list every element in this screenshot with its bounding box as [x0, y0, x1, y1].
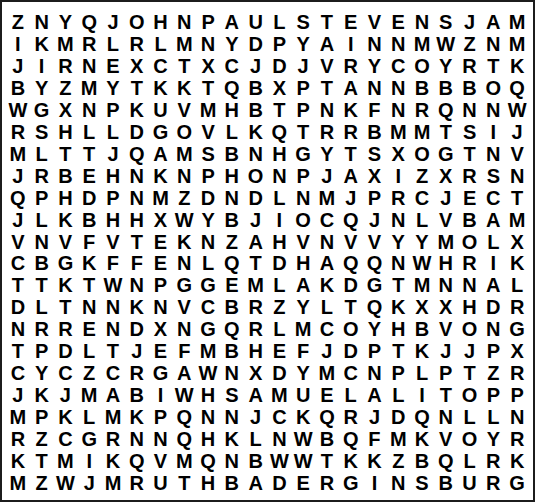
- grid-cell[interactable]: N: [77, 296, 101, 318]
- grid-cell[interactable]: L: [30, 143, 54, 165]
- grid-cell[interactable]: J: [339, 187, 363, 209]
- grid-cell[interactable]: R: [30, 165, 54, 187]
- grid-cell[interactable]: Z: [30, 428, 54, 450]
- grid-cell[interactable]: K: [315, 274, 339, 296]
- grid-cell[interactable]: N: [125, 165, 149, 187]
- grid-cell[interactable]: P: [291, 77, 315, 99]
- grid-cell[interactable]: J: [101, 11, 125, 33]
- grid-cell[interactable]: J: [244, 209, 268, 231]
- grid-cell[interactable]: N: [125, 187, 149, 209]
- grid-cell[interactable]: P: [268, 33, 292, 55]
- grid-cell[interactable]: L: [268, 274, 292, 296]
- grid-cell[interactable]: F: [77, 231, 101, 253]
- grid-cell[interactable]: Q: [220, 318, 244, 340]
- grid-cell[interactable]: X: [505, 231, 529, 253]
- grid-cell[interactable]: A: [339, 165, 363, 187]
- grid-cell[interactable]: A: [481, 274, 505, 296]
- grid-cell[interactable]: T: [77, 274, 101, 296]
- grid-cell[interactable]: X: [434, 165, 458, 187]
- grid-cell[interactable]: O: [244, 165, 268, 187]
- grid-cell[interactable]: T: [386, 274, 410, 296]
- grid-cell[interactable]: N: [386, 99, 410, 121]
- grid-cell[interactable]: Y: [363, 318, 387, 340]
- grid-cell[interactable]: H: [149, 11, 173, 33]
- grid-cell[interactable]: B: [30, 253, 54, 275]
- grid-cell[interactable]: E: [77, 318, 101, 340]
- grid-cell[interactable]: L: [220, 121, 244, 143]
- grid-cell[interactable]: N: [77, 55, 101, 77]
- grid-cell[interactable]: P: [291, 99, 315, 121]
- grid-cell[interactable]: K: [339, 99, 363, 121]
- grid-cell[interactable]: T: [268, 99, 292, 121]
- grid-cell[interactable]: Y: [220, 33, 244, 55]
- grid-cell[interactable]: N: [172, 318, 196, 340]
- grid-cell[interactable]: M: [244, 274, 268, 296]
- grid-cell[interactable]: X: [149, 209, 173, 231]
- grid-cell[interactable]: L: [101, 121, 125, 143]
- grid-cell[interactable]: C: [339, 362, 363, 384]
- grid-cell[interactable]: N: [30, 231, 54, 253]
- grid-cell[interactable]: Z: [386, 450, 410, 472]
- grid-cell[interactable]: P: [101, 187, 125, 209]
- grid-cell[interactable]: N: [101, 296, 125, 318]
- grid-cell[interactable]: E: [149, 231, 173, 253]
- grid-cell[interactable]: K: [54, 209, 78, 231]
- grid-cell[interactable]: J: [315, 340, 339, 362]
- grid-cell[interactable]: G: [291, 143, 315, 165]
- grid-cell[interactable]: I: [149, 384, 173, 406]
- grid-cell[interactable]: X: [505, 340, 529, 362]
- grid-cell[interactable]: V: [434, 209, 458, 231]
- grid-cell[interactable]: Z: [481, 362, 505, 384]
- grid-cell[interactable]: Y: [54, 11, 78, 33]
- grid-cell[interactable]: L: [386, 384, 410, 406]
- grid-cell[interactable]: R: [315, 472, 339, 494]
- grid-cell[interactable]: N: [363, 362, 387, 384]
- grid-cell[interactable]: E: [149, 253, 173, 275]
- grid-cell[interactable]: N: [315, 99, 339, 121]
- grid-cell[interactable]: V: [6, 231, 30, 253]
- grid-cell[interactable]: V: [172, 296, 196, 318]
- grid-cell[interactable]: V: [291, 231, 315, 253]
- grid-cell[interactable]: N: [505, 165, 529, 187]
- grid-cell[interactable]: E: [101, 55, 125, 77]
- grid-cell[interactable]: W: [54, 472, 78, 494]
- grid-cell[interactable]: S: [291, 11, 315, 33]
- grid-cell[interactable]: Q: [77, 11, 101, 33]
- grid-cell[interactable]: D: [125, 121, 149, 143]
- grid-cell[interactable]: P: [363, 340, 387, 362]
- grid-cell[interactable]: K: [363, 450, 387, 472]
- grid-cell[interactable]: Q: [339, 253, 363, 275]
- grid-cell[interactable]: W: [434, 33, 458, 55]
- grid-cell[interactable]: N: [481, 318, 505, 340]
- grid-cell[interactable]: G: [434, 143, 458, 165]
- grid-cell[interactable]: B: [54, 165, 78, 187]
- grid-cell[interactable]: I: [363, 472, 387, 494]
- grid-cell[interactable]: R: [125, 33, 149, 55]
- grid-cell[interactable]: C: [196, 296, 220, 318]
- grid-cell[interactable]: C: [268, 406, 292, 428]
- grid-cell[interactable]: A: [244, 472, 268, 494]
- grid-cell[interactable]: K: [291, 406, 315, 428]
- grid-cell[interactable]: Z: [220, 231, 244, 253]
- grid-cell[interactable]: N: [30, 11, 54, 33]
- grid-cell[interactable]: T: [196, 77, 220, 99]
- grid-cell[interactable]: U: [244, 11, 268, 33]
- grid-cell[interactable]: E: [386, 11, 410, 33]
- grid-cell[interactable]: I: [410, 384, 434, 406]
- grid-cell[interactable]: R: [458, 253, 482, 275]
- grid-cell[interactable]: P: [30, 406, 54, 428]
- grid-cell[interactable]: G: [505, 318, 529, 340]
- grid-cell[interactable]: R: [30, 318, 54, 340]
- grid-cell[interactable]: J: [6, 165, 30, 187]
- grid-cell[interactable]: A: [339, 77, 363, 99]
- grid-cell[interactable]: A: [481, 11, 505, 33]
- grid-cell[interactable]: K: [505, 253, 529, 275]
- grid-cell[interactable]: G: [149, 362, 173, 384]
- grid-cell[interactable]: G: [149, 121, 173, 143]
- grid-cell[interactable]: T: [434, 384, 458, 406]
- grid-cell[interactable]: U: [291, 384, 315, 406]
- grid-cell[interactable]: H: [268, 231, 292, 253]
- grid-cell[interactable]: R: [410, 99, 434, 121]
- grid-cell[interactable]: D: [268, 362, 292, 384]
- grid-cell[interactable]: Q: [410, 406, 434, 428]
- grid-cell[interactable]: N: [458, 99, 482, 121]
- grid-cell[interactable]: N: [196, 231, 220, 253]
- grid-cell[interactable]: Y: [434, 55, 458, 77]
- grid-cell[interactable]: J: [6, 384, 30, 406]
- grid-cell[interactable]: I: [481, 121, 505, 143]
- grid-cell[interactable]: F: [172, 340, 196, 362]
- grid-cell[interactable]: T: [77, 143, 101, 165]
- grid-cell[interactable]: G: [77, 428, 101, 450]
- grid-cell[interactable]: B: [434, 472, 458, 494]
- grid-cell[interactable]: G: [172, 274, 196, 296]
- grid-cell[interactable]: M: [386, 121, 410, 143]
- grid-cell[interactable]: K: [125, 406, 149, 428]
- grid-cell[interactable]: M: [172, 33, 196, 55]
- grid-cell[interactable]: C: [386, 55, 410, 77]
- grid-cell[interactable]: N: [172, 11, 196, 33]
- grid-cell[interactable]: E: [77, 165, 101, 187]
- grid-cell[interactable]: C: [54, 362, 78, 384]
- grid-cell[interactable]: L: [268, 187, 292, 209]
- grid-cell[interactable]: W: [101, 274, 125, 296]
- grid-cell[interactable]: Q: [172, 406, 196, 428]
- grid-cell[interactable]: W: [291, 428, 315, 450]
- grid-cell[interactable]: N: [410, 11, 434, 33]
- grid-cell[interactable]: X: [54, 99, 78, 121]
- grid-cell[interactable]: T: [505, 187, 529, 209]
- grid-cell[interactable]: R: [481, 472, 505, 494]
- grid-cell[interactable]: L: [268, 318, 292, 340]
- grid-cell[interactable]: I: [481, 253, 505, 275]
- grid-cell[interactable]: U: [458, 472, 482, 494]
- grid-cell[interactable]: F: [291, 340, 315, 362]
- grid-cell[interactable]: N: [268, 428, 292, 450]
- grid-cell[interactable]: N: [220, 187, 244, 209]
- grid-cell[interactable]: K: [101, 450, 125, 472]
- grid-cell[interactable]: R: [481, 450, 505, 472]
- grid-cell[interactable]: A: [244, 384, 268, 406]
- grid-cell[interactable]: C: [149, 55, 173, 77]
- grid-cell[interactable]: A: [101, 384, 125, 406]
- grid-cell[interactable]: P: [291, 165, 315, 187]
- grid-cell[interactable]: W: [172, 209, 196, 231]
- grid-cell[interactable]: P: [505, 384, 529, 406]
- grid-cell[interactable]: R: [6, 121, 30, 143]
- grid-cell[interactable]: Q: [363, 253, 387, 275]
- grid-cell[interactable]: F: [125, 253, 149, 275]
- grid-cell[interactable]: R: [315, 121, 339, 143]
- grid-cell[interactable]: L: [410, 209, 434, 231]
- grid-cell[interactable]: Z: [268, 296, 292, 318]
- grid-cell[interactable]: H: [196, 472, 220, 494]
- grid-cell[interactable]: I: [30, 55, 54, 77]
- grid-cell[interactable]: T: [458, 362, 482, 384]
- grid-cell[interactable]: N: [244, 143, 268, 165]
- grid-cell[interactable]: Y: [196, 209, 220, 231]
- grid-cell[interactable]: N: [268, 165, 292, 187]
- grid-cell[interactable]: R: [505, 296, 529, 318]
- grid-cell[interactable]: B: [6, 77, 30, 99]
- grid-cell[interactable]: D: [244, 187, 268, 209]
- grid-cell[interactable]: Q: [434, 99, 458, 121]
- grid-cell[interactable]: S: [481, 165, 505, 187]
- grid-cell[interactable]: S: [458, 121, 482, 143]
- grid-cell[interactable]: Z: [77, 362, 101, 384]
- grid-cell[interactable]: H: [196, 384, 220, 406]
- grid-cell[interactable]: V: [363, 231, 387, 253]
- grid-cell[interactable]: Y: [30, 362, 54, 384]
- grid-cell[interactable]: T: [315, 77, 339, 99]
- grid-cell[interactable]: P: [149, 274, 173, 296]
- grid-cell[interactable]: D: [244, 33, 268, 55]
- grid-cell[interactable]: N: [220, 450, 244, 472]
- grid-cell[interactable]: G: [30, 99, 54, 121]
- grid-cell[interactable]: K: [244, 121, 268, 143]
- grid-cell[interactable]: Q: [220, 253, 244, 275]
- grid-cell[interactable]: Y: [30, 77, 54, 99]
- grid-cell[interactable]: E: [149, 340, 173, 362]
- grid-cell[interactable]: A: [315, 33, 339, 55]
- grid-cell[interactable]: L: [339, 384, 363, 406]
- grid-cell[interactable]: B: [220, 143, 244, 165]
- grid-cell[interactable]: O: [458, 384, 482, 406]
- grid-cell[interactable]: N: [363, 33, 387, 55]
- grid-cell[interactable]: R: [339, 406, 363, 428]
- grid-cell[interactable]: B: [410, 318, 434, 340]
- grid-cell[interactable]: W: [6, 99, 30, 121]
- grid-cell[interactable]: D: [77, 187, 101, 209]
- grid-cell[interactable]: T: [315, 450, 339, 472]
- grid-cell[interactable]: G: [54, 253, 78, 275]
- grid-cell[interactable]: E: [458, 187, 482, 209]
- grid-cell[interactable]: M: [386, 428, 410, 450]
- grid-cell[interactable]: J: [125, 340, 149, 362]
- grid-cell[interactable]: T: [434, 121, 458, 143]
- grid-cell[interactable]: P: [30, 340, 54, 362]
- grid-cell[interactable]: L: [481, 406, 505, 428]
- grid-cell[interactable]: V: [434, 428, 458, 450]
- grid-cell[interactable]: T: [339, 143, 363, 165]
- grid-cell[interactable]: R: [339, 121, 363, 143]
- grid-cell[interactable]: I: [386, 165, 410, 187]
- grid-cell[interactable]: B: [363, 121, 387, 143]
- grid-cell[interactable]: S: [434, 11, 458, 33]
- grid-cell[interactable]: A: [220, 11, 244, 33]
- grid-cell[interactable]: R: [458, 55, 482, 77]
- grid-cell[interactable]: V: [149, 450, 173, 472]
- grid-cell[interactable]: D: [268, 253, 292, 275]
- grid-cell[interactable]: M: [101, 472, 125, 494]
- grid-cell[interactable]: B: [244, 99, 268, 121]
- grid-cell[interactable]: C: [315, 209, 339, 231]
- grid-cell[interactable]: J: [434, 340, 458, 362]
- grid-cell[interactable]: V: [434, 318, 458, 340]
- grid-cell[interactable]: B: [125, 384, 149, 406]
- grid-cell[interactable]: B: [458, 209, 482, 231]
- grid-cell[interactable]: V: [101, 231, 125, 253]
- grid-cell[interactable]: N: [196, 33, 220, 55]
- grid-cell[interactable]: H: [220, 165, 244, 187]
- grid-cell[interactable]: N: [434, 406, 458, 428]
- grid-cell[interactable]: D: [268, 55, 292, 77]
- grid-cell[interactable]: K: [54, 406, 78, 428]
- grid-cell[interactable]: T: [125, 77, 149, 99]
- grid-cell[interactable]: Y: [315, 143, 339, 165]
- grid-cell[interactable]: Y: [101, 77, 125, 99]
- grid-cell[interactable]: E: [220, 274, 244, 296]
- grid-cell[interactable]: O: [481, 77, 505, 99]
- grid-cell[interactable]: O: [458, 318, 482, 340]
- grid-cell[interactable]: M: [54, 450, 78, 472]
- grid-cell[interactable]: Y: [291, 33, 315, 55]
- grid-cell[interactable]: J: [6, 209, 30, 231]
- grid-cell[interactable]: N: [196, 406, 220, 428]
- grid-cell[interactable]: N: [386, 33, 410, 55]
- grid-cell[interactable]: R: [125, 472, 149, 494]
- grid-cell[interactable]: M: [77, 77, 101, 99]
- grid-cell[interactable]: G: [196, 318, 220, 340]
- grid-cell[interactable]: T: [6, 274, 30, 296]
- grid-cell[interactable]: M: [315, 187, 339, 209]
- grid-cell[interactable]: E: [268, 340, 292, 362]
- grid-cell[interactable]: N: [125, 274, 149, 296]
- grid-cell[interactable]: Y: [481, 428, 505, 450]
- grid-cell[interactable]: N: [434, 274, 458, 296]
- grid-cell[interactable]: T: [458, 143, 482, 165]
- grid-cell[interactable]: P: [481, 384, 505, 406]
- grid-cell[interactable]: V: [339, 231, 363, 253]
- grid-cell[interactable]: Q: [315, 406, 339, 428]
- grid-cell[interactable]: T: [481, 55, 505, 77]
- grid-cell[interactable]: P: [101, 99, 125, 121]
- grid-cell[interactable]: W: [291, 450, 315, 472]
- grid-cell[interactable]: H: [125, 209, 149, 231]
- grid-cell[interactable]: H: [54, 187, 78, 209]
- grid-cell[interactable]: N: [458, 274, 482, 296]
- grid-cell[interactable]: N: [172, 165, 196, 187]
- grid-cell[interactable]: M: [6, 472, 30, 494]
- grid-cell[interactable]: Z: [54, 77, 78, 99]
- grid-cell[interactable]: N: [6, 318, 30, 340]
- grid-cell[interactable]: S: [363, 143, 387, 165]
- grid-cell[interactable]: N: [481, 99, 505, 121]
- grid-cell[interactable]: D: [339, 274, 363, 296]
- grid-cell[interactable]: K: [149, 77, 173, 99]
- grid-cell[interactable]: O: [291, 209, 315, 231]
- grid-cell[interactable]: G: [505, 472, 529, 494]
- grid-cell[interactable]: H: [458, 296, 482, 318]
- grid-cell[interactable]: L: [505, 274, 529, 296]
- grid-cell[interactable]: R: [505, 428, 529, 450]
- grid-cell[interactable]: J: [458, 340, 482, 362]
- grid-cell[interactable]: Q: [363, 296, 387, 318]
- grid-cell[interactable]: J: [363, 406, 387, 428]
- grid-cell[interactable]: K: [220, 428, 244, 450]
- grid-cell[interactable]: P: [434, 362, 458, 384]
- grid-cell[interactable]: V: [54, 231, 78, 253]
- grid-cell[interactable]: G: [339, 472, 363, 494]
- grid-cell[interactable]: M: [6, 406, 30, 428]
- grid-cell[interactable]: L: [196, 253, 220, 275]
- grid-cell[interactable]: S: [30, 121, 54, 143]
- grid-cell[interactable]: Q: [196, 450, 220, 472]
- grid-cell[interactable]: M: [410, 274, 434, 296]
- grid-cell[interactable]: B: [77, 209, 101, 231]
- grid-cell[interactable]: B: [410, 77, 434, 99]
- grid-cell[interactable]: H: [196, 428, 220, 450]
- grid-cell[interactable]: V: [196, 121, 220, 143]
- grid-cell[interactable]: O: [172, 121, 196, 143]
- grid-cell[interactable]: M: [315, 362, 339, 384]
- grid-cell[interactable]: R: [125, 362, 149, 384]
- grid-cell[interactable]: Y: [291, 362, 315, 384]
- grid-cell[interactable]: J: [101, 143, 125, 165]
- grid-cell[interactable]: M: [101, 406, 125, 428]
- grid-cell[interactable]: H: [386, 318, 410, 340]
- grid-cell[interactable]: M: [268, 384, 292, 406]
- grid-cell[interactable]: B: [220, 209, 244, 231]
- grid-cell[interactable]: A: [315, 253, 339, 275]
- grid-cell[interactable]: T: [339, 296, 363, 318]
- grid-cell[interactable]: M: [196, 340, 220, 362]
- grid-cell[interactable]: C: [410, 187, 434, 209]
- grid-cell[interactable]: M: [196, 99, 220, 121]
- grid-cell[interactable]: P: [196, 11, 220, 33]
- grid-cell[interactable]: J: [458, 11, 482, 33]
- grid-cell[interactable]: L: [30, 296, 54, 318]
- grid-cell[interactable]: K: [172, 231, 196, 253]
- grid-cell[interactable]: K: [30, 33, 54, 55]
- grid-cell[interactable]: X: [125, 55, 149, 77]
- grid-cell[interactable]: Z: [410, 165, 434, 187]
- grid-cell[interactable]: H: [220, 99, 244, 121]
- grid-cell[interactable]: E: [339, 11, 363, 33]
- grid-cell[interactable]: W: [196, 362, 220, 384]
- grid-cell[interactable]: Y: [363, 55, 387, 77]
- grid-cell[interactable]: W: [410, 253, 434, 275]
- grid-cell[interactable]: J: [434, 187, 458, 209]
- grid-cell[interactable]: J: [54, 384, 78, 406]
- grid-cell[interactable]: Q: [268, 121, 292, 143]
- grid-cell[interactable]: K: [505, 55, 529, 77]
- grid-cell[interactable]: E: [315, 384, 339, 406]
